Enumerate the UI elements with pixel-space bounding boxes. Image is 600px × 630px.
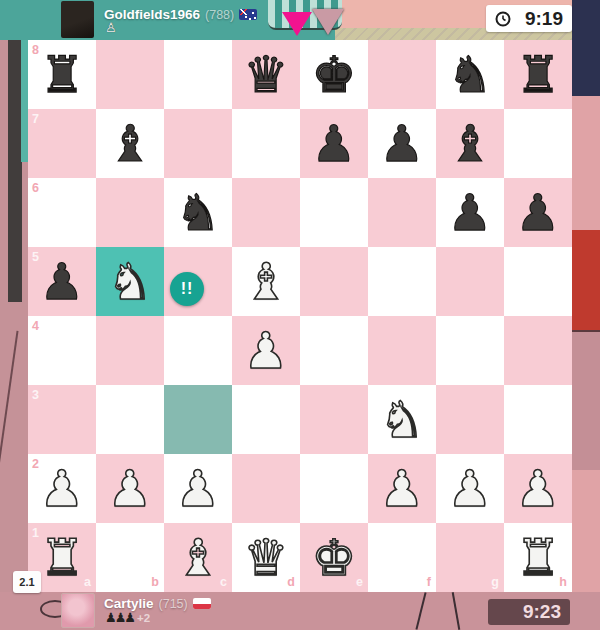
background-navy-corner xyxy=(572,0,600,96)
square-d8[interactable]: ♛ xyxy=(232,40,300,109)
white-pawn-g2: ♟ xyxy=(436,454,504,523)
file-label-g: g xyxy=(491,575,499,589)
captured-black-pawns-icon: ♟♟♟ xyxy=(105,610,134,625)
bottom-captured-pieces: ♟♟♟ +2 xyxy=(105,610,150,625)
square-h3[interactable] xyxy=(504,385,572,454)
file-label-b: b xyxy=(151,575,159,589)
square-e4[interactable] xyxy=(300,316,368,385)
rank-label-8: 8 xyxy=(32,43,39,57)
square-h8[interactable]: ♜ xyxy=(504,40,572,109)
corner-chip-label: 2.1 xyxy=(19,576,34,588)
captured-white-pawn-icon: ♙ xyxy=(105,20,115,35)
square-g1[interactable]: g xyxy=(436,523,504,592)
square-h2[interactable]: ♟ xyxy=(504,454,572,523)
file-label-c: c xyxy=(220,575,227,589)
square-c2[interactable]: ♟ xyxy=(164,454,232,523)
rank-label-5: 5 xyxy=(32,250,39,264)
black-knight-c6: ♞ xyxy=(164,178,232,247)
square-c1[interactable]: c♝ xyxy=(164,523,232,592)
square-d2[interactable] xyxy=(232,454,300,523)
square-h5[interactable] xyxy=(504,247,572,316)
square-b2[interactable]: ♟ xyxy=(96,454,164,523)
file-label-f: f xyxy=(427,575,431,589)
square-e3[interactable] xyxy=(300,385,368,454)
bottom-player-avatar[interactable] xyxy=(61,593,95,628)
rank-label-4: 4 xyxy=(32,319,39,333)
black-knight-g8: ♞ xyxy=(436,40,504,109)
square-d5[interactable]: ♝ xyxy=(232,247,300,316)
rank-label-3: 3 xyxy=(32,388,39,402)
australia-flag-icon xyxy=(239,9,257,20)
bottom-player-info: Cartylie (715) xyxy=(104,596,211,611)
white-pawn-f2: ♟ xyxy=(368,454,436,523)
square-h7[interactable] xyxy=(504,109,572,178)
square-f1[interactable]: f xyxy=(368,523,436,592)
black-queen-d8: ♛ xyxy=(232,40,300,109)
square-a3[interactable]: 3 xyxy=(28,385,96,454)
square-e8[interactable]: ♚ xyxy=(300,40,368,109)
square-b4[interactable] xyxy=(96,316,164,385)
chess-board-wrap: 8♜♛♚♞♜7♝♟♟♝6♞♟♟5♟♞♝4♟3♞2♟♟♟♟♟♟1a♜bc♝d♛e♚… xyxy=(28,40,572,592)
square-h4[interactable] xyxy=(504,316,572,385)
square-b6[interactable] xyxy=(96,178,164,247)
background-dark-pole xyxy=(8,40,22,302)
square-g4[interactable] xyxy=(436,316,504,385)
square-g7[interactable]: ♝ xyxy=(436,109,504,178)
top-player-rating: (788) xyxy=(205,8,234,22)
square-a4[interactable]: 4 xyxy=(28,316,96,385)
top-captured-pieces: ♙ xyxy=(105,20,115,35)
square-b1[interactable]: b xyxy=(96,523,164,592)
white-knight-b5: ♞ xyxy=(96,247,164,316)
square-h6[interactable]: ♟ xyxy=(504,178,572,247)
bottom-player-rating: (715) xyxy=(159,597,188,611)
black-bishop-b7: ♝ xyxy=(96,109,164,178)
file-label-a: a xyxy=(84,575,91,589)
black-pawn-g6: ♟ xyxy=(436,178,504,247)
brilliant-move-badge: !! xyxy=(170,272,204,306)
poland-flag-icon xyxy=(193,598,211,609)
white-bishop-d5: ♝ xyxy=(232,247,300,316)
black-bishop-g7: ♝ xyxy=(436,109,504,178)
corner-chip: 2.1 xyxy=(13,571,41,593)
square-c7[interactable] xyxy=(164,109,232,178)
square-f4[interactable] xyxy=(368,316,436,385)
black-rook-h8: ♜ xyxy=(504,40,572,109)
square-f2[interactable]: ♟ xyxy=(368,454,436,523)
square-d3[interactable] xyxy=(232,385,300,454)
square-g2[interactable]: ♟ xyxy=(436,454,504,523)
square-e2[interactable] xyxy=(300,454,368,523)
black-pawn-f7: ♟ xyxy=(368,109,436,178)
square-a2[interactable]: 2♟ xyxy=(28,454,96,523)
square-a6[interactable]: 6 xyxy=(28,178,96,247)
square-d7[interactable] xyxy=(232,109,300,178)
bottom-player-clock: 9:23 xyxy=(488,599,570,625)
square-h1[interactable]: h♜ xyxy=(504,523,572,592)
square-g5[interactable] xyxy=(436,247,504,316)
file-label-d: d xyxy=(287,575,295,589)
brilliant-move-label: !! xyxy=(181,280,194,298)
board: 8♜♛♚♞♜7♝♟♟♝6♞♟♟5♟♞♝4♟3♞2♟♟♟♟♟♟1a♜bc♝d♛e♚… xyxy=(28,40,572,592)
black-pawn-h6: ♟ xyxy=(504,178,572,247)
background-mauve-pennant xyxy=(312,9,344,35)
square-g8[interactable]: ♞ xyxy=(436,40,504,109)
square-e1[interactable]: e♚ xyxy=(300,523,368,592)
square-g6[interactable]: ♟ xyxy=(436,178,504,247)
top-player-name[interactable]: Goldfields1966 xyxy=(104,7,200,22)
square-d6[interactable] xyxy=(232,178,300,247)
square-f8[interactable] xyxy=(368,40,436,109)
square-g3[interactable] xyxy=(436,385,504,454)
white-pawn-h2: ♟ xyxy=(504,454,572,523)
square-a7[interactable]: 7 xyxy=(28,109,96,178)
square-e6[interactable] xyxy=(300,178,368,247)
black-king-e8: ♚ xyxy=(300,40,368,109)
square-b8[interactable] xyxy=(96,40,164,109)
white-pawn-c2: ♟ xyxy=(164,454,232,523)
white-pawn-b2: ♟ xyxy=(96,454,164,523)
background-right-mauve xyxy=(572,330,600,470)
rank-label-1: 1 xyxy=(32,526,39,540)
rank-label-7: 7 xyxy=(32,112,39,126)
square-b7[interactable]: ♝ xyxy=(96,109,164,178)
top-player-clock: 9:19 xyxy=(486,5,572,32)
background-red-sign xyxy=(572,230,600,330)
top-player-info: Goldfields1966 (788) xyxy=(104,7,257,22)
square-c3[interactable] xyxy=(164,385,232,454)
material-advantage: +2 xyxy=(137,612,150,624)
square-f3[interactable]: ♞ xyxy=(368,385,436,454)
top-player-avatar[interactable] xyxy=(61,1,94,38)
square-f7[interactable]: ♟ xyxy=(368,109,436,178)
file-label-e: e xyxy=(356,575,363,589)
square-c4[interactable] xyxy=(164,316,232,385)
bottom-player-name[interactable]: Cartylie xyxy=(104,596,154,611)
square-c6[interactable]: ♞ xyxy=(164,178,232,247)
square-e7[interactable]: ♟ xyxy=(300,109,368,178)
square-e5[interactable] xyxy=(300,247,368,316)
background-magenta-pennant xyxy=(282,12,312,36)
rank-label-2: 2 xyxy=(32,457,39,471)
black-pawn-e7: ♟ xyxy=(300,109,368,178)
clock-icon xyxy=(495,11,511,27)
square-d1[interactable]: d♛ xyxy=(232,523,300,592)
square-b3[interactable] xyxy=(96,385,164,454)
square-c8[interactable] xyxy=(164,40,232,109)
white-knight-f3: ♞ xyxy=(368,385,436,454)
top-clock-time: 9:19 xyxy=(525,8,563,30)
white-pawn-d4: ♟ xyxy=(232,316,300,385)
bottom-clock-time: 9:23 xyxy=(523,601,561,623)
square-d4[interactable]: ♟ xyxy=(232,316,300,385)
background-teal-sliver xyxy=(21,40,28,162)
square-b5[interactable]: ♞ xyxy=(96,247,164,316)
rank-label-6: 6 xyxy=(32,181,39,195)
square-f6[interactable] xyxy=(368,178,436,247)
square-a5[interactable]: 5♟ xyxy=(28,247,96,316)
square-f5[interactable] xyxy=(368,247,436,316)
square-a8[interactable]: 8♜ xyxy=(28,40,96,109)
file-label-h: h xyxy=(559,575,567,589)
